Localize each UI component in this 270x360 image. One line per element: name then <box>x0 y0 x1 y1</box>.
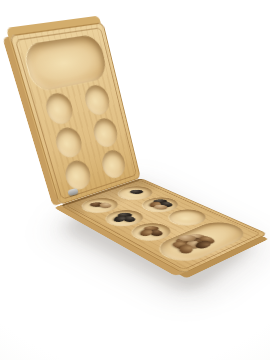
stone-tan <box>152 204 169 210</box>
pit-lid-far-3[interactable] <box>99 147 127 180</box>
stone-darkbrown <box>88 202 104 207</box>
pit-base-near-1[interactable] <box>76 195 125 215</box>
stone-black <box>116 213 132 218</box>
stone-black <box>121 215 137 223</box>
board-lid-half <box>9 22 141 205</box>
stone-brown <box>138 229 155 237</box>
stone-brown <box>173 237 195 246</box>
pit-lid-near-1[interactable] <box>43 91 76 127</box>
mancala-board-photo <box>0 0 270 360</box>
stone-brown <box>178 244 194 253</box>
pit-base-near-3[interactable] <box>125 220 178 244</box>
stone-black <box>129 190 144 195</box>
stone-black <box>153 199 168 204</box>
store-lid[interactable] <box>22 34 109 93</box>
stone-tan <box>178 234 198 241</box>
stone-black <box>159 201 175 208</box>
stone-brown <box>143 226 159 232</box>
stone-darkbrown <box>193 239 214 249</box>
pit-lid-far-1[interactable] <box>82 83 112 117</box>
stone-tan <box>187 234 206 241</box>
pit-base-far-3[interactable] <box>162 207 213 229</box>
pit-lid-near-2[interactable] <box>53 125 85 160</box>
stone-brown <box>197 235 217 245</box>
pit-base-far-2[interactable] <box>136 195 185 215</box>
stone-darkbrown <box>185 236 204 246</box>
pit-base-near-2[interactable] <box>99 207 150 229</box>
pit-lid-far-2[interactable] <box>91 116 120 150</box>
stone-brown <box>170 240 192 250</box>
stone-black <box>112 215 128 223</box>
stone-tan <box>185 240 201 249</box>
pit-lid-near-3[interactable] <box>62 158 93 193</box>
stone-brown <box>147 201 162 208</box>
stone-darkbrown <box>148 229 165 237</box>
stone-tan <box>98 202 113 209</box>
